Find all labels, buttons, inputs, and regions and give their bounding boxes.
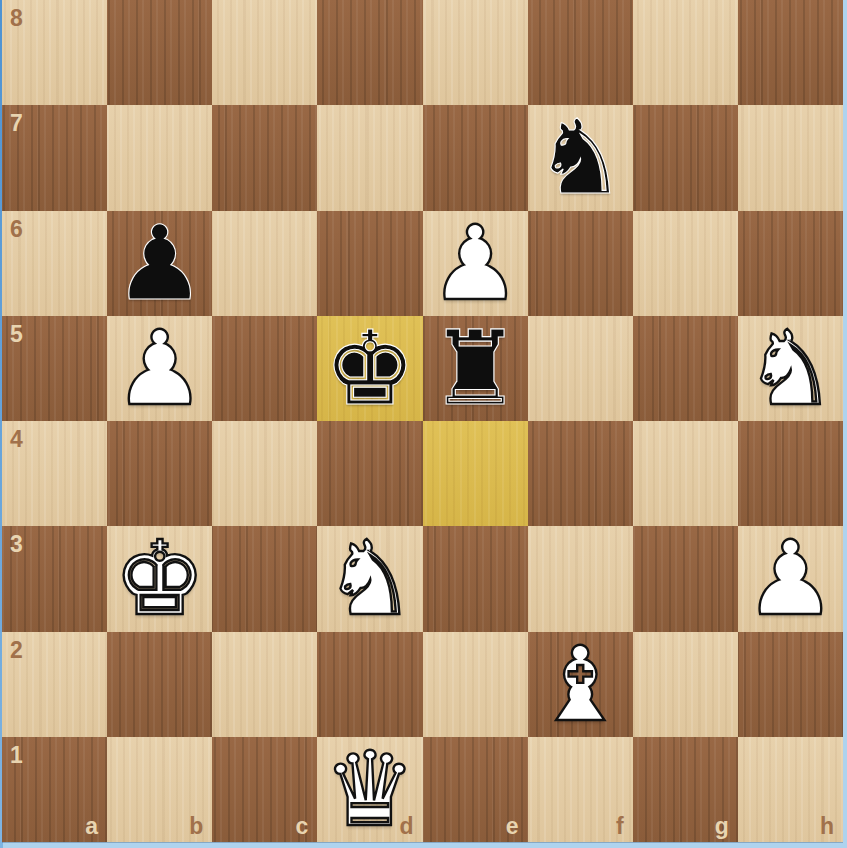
square-c6[interactable] (212, 211, 317, 316)
square-f4[interactable] (528, 421, 633, 526)
chess-board: 87♞6♟♟5♟♚♜♞43♚♞♟2♝1abcd♛efgh (2, 0, 843, 842)
square-a8[interactable]: 8 (2, 0, 107, 105)
white-pawn-h3[interactable]: ♟ (738, 526, 843, 631)
square-h2[interactable] (738, 632, 843, 737)
rank-label-2: 2 (10, 639, 23, 662)
square-h7[interactable] (738, 105, 843, 210)
black-rook-e5[interactable]: ♜ (423, 316, 528, 421)
square-a6[interactable]: 6 (2, 211, 107, 316)
file-label-e: e (506, 815, 519, 838)
rank-label-3: 3 (10, 533, 23, 556)
square-g2[interactable] (633, 632, 738, 737)
rank-label-8: 8 (10, 7, 23, 30)
square-a2[interactable]: 2 (2, 632, 107, 737)
file-label-h: h (820, 815, 834, 838)
square-a3[interactable]: 3 (2, 526, 107, 631)
square-f7[interactable]: ♞ (528, 105, 633, 210)
square-c1[interactable]: c (212, 737, 317, 842)
square-g6[interactable] (633, 211, 738, 316)
square-b1[interactable]: b (107, 737, 212, 842)
square-d2[interactable] (317, 632, 422, 737)
square-d4[interactable] (317, 421, 422, 526)
square-b2[interactable] (107, 632, 212, 737)
square-d7[interactable] (317, 105, 422, 210)
square-e6[interactable]: ♟ (423, 211, 528, 316)
square-f6[interactable] (528, 211, 633, 316)
square-d1[interactable]: d♛ (317, 737, 422, 842)
rank-label-5: 5 (10, 323, 23, 346)
square-c7[interactable] (212, 105, 317, 210)
square-f1[interactable]: f (528, 737, 633, 842)
file-label-f: f (616, 815, 624, 838)
square-g5[interactable] (633, 316, 738, 421)
black-knight-f7[interactable]: ♞ (528, 105, 633, 210)
white-pawn-b5[interactable]: ♟ (107, 316, 212, 421)
square-c3[interactable] (212, 526, 317, 631)
square-d6[interactable] (317, 211, 422, 316)
file-label-c: c (296, 815, 309, 838)
rank-label-7: 7 (10, 112, 23, 135)
square-e8[interactable] (423, 0, 528, 105)
square-h1[interactable]: h (738, 737, 843, 842)
square-d8[interactable] (317, 0, 422, 105)
square-f3[interactable] (528, 526, 633, 631)
square-d3[interactable]: ♞ (317, 526, 422, 631)
white-king-b3[interactable]: ♚ (107, 526, 212, 631)
square-c5[interactable] (212, 316, 317, 421)
rank-label-4: 4 (10, 428, 23, 451)
square-f5[interactable] (528, 316, 633, 421)
square-e7[interactable] (423, 105, 528, 210)
square-g4[interactable] (633, 421, 738, 526)
square-e1[interactable]: e (423, 737, 528, 842)
square-h3[interactable]: ♟ (738, 526, 843, 631)
white-knight-h5[interactable]: ♞ (738, 316, 843, 421)
square-b5[interactable]: ♟ (107, 316, 212, 421)
square-b8[interactable] (107, 0, 212, 105)
square-g7[interactable] (633, 105, 738, 210)
square-c8[interactable] (212, 0, 317, 105)
square-g3[interactable] (633, 526, 738, 631)
file-label-b: b (189, 815, 203, 838)
white-knight-d3[interactable]: ♞ (317, 526, 422, 631)
square-c2[interactable] (212, 632, 317, 737)
square-a4[interactable]: 4 (2, 421, 107, 526)
square-h4[interactable] (738, 421, 843, 526)
square-h8[interactable] (738, 0, 843, 105)
square-g8[interactable] (633, 0, 738, 105)
square-g1[interactable]: g (633, 737, 738, 842)
square-e3[interactable] (423, 526, 528, 631)
black-pawn-b6[interactable]: ♟ (107, 211, 212, 316)
square-e4[interactable] (423, 421, 528, 526)
square-f8[interactable] (528, 0, 633, 105)
square-b3[interactable]: ♚ (107, 526, 212, 631)
white-queen-d1[interactable]: ♛ (317, 737, 422, 842)
square-e2[interactable] (423, 632, 528, 737)
square-a7[interactable]: 7 (2, 105, 107, 210)
square-e5[interactable]: ♜ (423, 316, 528, 421)
file-label-g: g (715, 815, 729, 838)
square-a1[interactable]: 1a (2, 737, 107, 842)
square-b7[interactable] (107, 105, 212, 210)
square-a5[interactable]: 5 (2, 316, 107, 421)
square-c4[interactable] (212, 421, 317, 526)
square-f2[interactable]: ♝ (528, 632, 633, 737)
file-label-a: a (85, 815, 98, 838)
white-pawn-e6[interactable]: ♟ (423, 211, 528, 316)
black-king-d5[interactable]: ♚ (317, 316, 422, 421)
square-h6[interactable] (738, 211, 843, 316)
rank-label-6: 6 (10, 218, 23, 241)
square-b4[interactable] (107, 421, 212, 526)
square-h5[interactable]: ♞ (738, 316, 843, 421)
white-bishop-f2[interactable]: ♝ (528, 632, 633, 737)
square-b6[interactable]: ♟ (107, 211, 212, 316)
rank-label-1: 1 (10, 744, 23, 767)
square-d5[interactable]: ♚ (317, 316, 422, 421)
